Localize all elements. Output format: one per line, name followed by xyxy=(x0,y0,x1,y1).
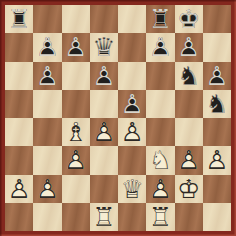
square-d7[interactable]: ♛♕ xyxy=(90,33,118,61)
square-f7[interactable]: ♟♙ xyxy=(146,33,174,61)
square-e1[interactable] xyxy=(118,203,146,231)
black-rook-glyph-outline: ♖ xyxy=(5,5,33,33)
piece-black-pawn[interactable]: ♟♙ xyxy=(33,33,61,61)
square-c3[interactable]: ♟♙ xyxy=(62,146,90,174)
square-f5[interactable] xyxy=(146,90,174,118)
square-h5[interactable]: ♞♘ xyxy=(203,90,231,118)
black-king-glyph-outline: ♔ xyxy=(175,5,203,33)
black-pawn-glyph-outline: ♙ xyxy=(62,33,90,61)
white-queen-glyph-outline: ♕ xyxy=(118,175,146,203)
white-pawn-glyph-outline: ♙ xyxy=(146,175,174,203)
square-c2[interactable] xyxy=(62,175,90,203)
square-d6[interactable]: ♟♙ xyxy=(90,62,118,90)
square-f1[interactable]: ♜♖ xyxy=(146,203,174,231)
square-d2[interactable] xyxy=(90,175,118,203)
piece-white-queen[interactable]: ♛♕ xyxy=(118,175,146,203)
square-f3[interactable]: ♞♘ xyxy=(146,146,174,174)
piece-white-bishop[interactable]: ♝♗ xyxy=(62,118,90,146)
square-a7[interactable] xyxy=(5,33,33,61)
black-pawn-glyph-outline: ♙ xyxy=(90,62,118,90)
square-b5[interactable] xyxy=(33,90,61,118)
white-pawn-glyph-outline: ♙ xyxy=(90,118,118,146)
piece-white-pawn[interactable]: ♟♙ xyxy=(62,146,90,174)
white-pawn-glyph-outline: ♙ xyxy=(5,175,33,203)
piece-black-pawn[interactable]: ♟♙ xyxy=(62,33,90,61)
square-g6[interactable]: ♞♘ xyxy=(175,62,203,90)
square-e6[interactable] xyxy=(118,62,146,90)
square-a1[interactable] xyxy=(5,203,33,231)
square-h8[interactable] xyxy=(203,5,231,33)
square-f8[interactable]: ♜♖ xyxy=(146,5,174,33)
square-f2[interactable]: ♟♙ xyxy=(146,175,174,203)
piece-black-rook[interactable]: ♜♖ xyxy=(146,5,174,33)
white-king-glyph-outline: ♔ xyxy=(175,175,203,203)
white-pawn-glyph-outline: ♙ xyxy=(175,146,203,174)
piece-white-pawn[interactable]: ♟♙ xyxy=(175,146,203,174)
square-c7[interactable]: ♟♙ xyxy=(62,33,90,61)
white-pawn-glyph-outline: ♙ xyxy=(203,146,231,174)
square-b6[interactable]: ♟♙ xyxy=(33,62,61,90)
piece-black-knight[interactable]: ♞♘ xyxy=(175,62,203,90)
square-b8[interactable] xyxy=(33,5,61,33)
square-d3[interactable] xyxy=(90,146,118,174)
piece-black-pawn[interactable]: ♟♙ xyxy=(33,62,61,90)
piece-white-rook[interactable]: ♜♖ xyxy=(146,203,174,231)
square-e7[interactable] xyxy=(118,33,146,61)
piece-black-pawn[interactable]: ♟♙ xyxy=(175,33,203,61)
black-pawn-glyph-outline: ♙ xyxy=(33,62,61,90)
piece-black-rook[interactable]: ♜♖ xyxy=(5,5,33,33)
black-pawn-glyph-outline: ♙ xyxy=(118,90,146,118)
square-a5[interactable] xyxy=(5,90,33,118)
square-h7[interactable] xyxy=(203,33,231,61)
square-g5[interactable] xyxy=(175,90,203,118)
square-a3[interactable] xyxy=(5,146,33,174)
black-pawn-glyph-outline: ♙ xyxy=(146,33,174,61)
chess-board: ♜♖♜♖♚♔♟♙♟♙♛♕♟♙♟♙♟♙♟♙♞♘♟♙♟♙♞♘♝♗♟♙♟♙♟♙♞♘♟♙… xyxy=(5,5,231,231)
square-h2[interactable] xyxy=(203,175,231,203)
square-a2[interactable]: ♟♙ xyxy=(5,175,33,203)
square-h3[interactable]: ♟♙ xyxy=(203,146,231,174)
square-f6[interactable] xyxy=(146,62,174,90)
board-frame: ♜♖♜♖♚♔♟♙♟♙♛♕♟♙♟♙♟♙♟♙♞♘♟♙♟♙♞♘♝♗♟♙♟♙♟♙♞♘♟♙… xyxy=(0,0,236,236)
square-e2[interactable]: ♛♕ xyxy=(118,175,146,203)
square-a8[interactable]: ♜♖ xyxy=(5,5,33,33)
square-e3[interactable] xyxy=(118,146,146,174)
black-knight-glyph-outline: ♘ xyxy=(175,62,203,90)
square-g8[interactable]: ♚♔ xyxy=(175,5,203,33)
square-d1[interactable]: ♜♖ xyxy=(90,203,118,231)
square-c5[interactable] xyxy=(62,90,90,118)
black-pawn-glyph-outline: ♙ xyxy=(33,33,61,61)
square-g3[interactable]: ♟♙ xyxy=(175,146,203,174)
piece-white-pawn[interactable]: ♟♙ xyxy=(203,146,231,174)
square-h1[interactable] xyxy=(203,203,231,231)
square-e8[interactable] xyxy=(118,5,146,33)
square-b3[interactable] xyxy=(33,146,61,174)
piece-white-pawn[interactable]: ♟♙ xyxy=(90,118,118,146)
square-g1[interactable] xyxy=(175,203,203,231)
piece-white-pawn[interactable]: ♟♙ xyxy=(5,175,33,203)
white-rook-glyph-outline: ♖ xyxy=(146,203,174,231)
black-pawn-glyph-outline: ♙ xyxy=(175,33,203,61)
square-b2[interactable]: ♟♙ xyxy=(33,175,61,203)
piece-black-pawn[interactable]: ♟♙ xyxy=(146,33,174,61)
square-h4[interactable] xyxy=(203,118,231,146)
piece-white-pawn[interactable]: ♟♙ xyxy=(118,118,146,146)
square-b4[interactable] xyxy=(33,118,61,146)
piece-black-queen[interactable]: ♛♕ xyxy=(90,33,118,61)
black-queen-glyph-outline: ♕ xyxy=(90,33,118,61)
square-e4[interactable]: ♟♙ xyxy=(118,118,146,146)
square-c4[interactable]: ♝♗ xyxy=(62,118,90,146)
square-f4[interactable] xyxy=(146,118,174,146)
white-knight-glyph-outline: ♘ xyxy=(146,146,174,174)
square-c8[interactable] xyxy=(62,5,90,33)
piece-black-pawn[interactable]: ♟♙ xyxy=(118,90,146,118)
square-g4[interactable] xyxy=(175,118,203,146)
piece-white-rook[interactable]: ♜♖ xyxy=(90,203,118,231)
square-b7[interactable]: ♟♙ xyxy=(33,33,61,61)
square-c1[interactable] xyxy=(62,203,90,231)
square-h6[interactable]: ♟♙ xyxy=(203,62,231,90)
black-pawn-glyph-outline: ♙ xyxy=(203,62,231,90)
piece-white-pawn[interactable]: ♟♙ xyxy=(146,175,174,203)
piece-white-pawn[interactable]: ♟♙ xyxy=(33,175,61,203)
black-rook-glyph-outline: ♖ xyxy=(146,5,174,33)
white-pawn-glyph-outline: ♙ xyxy=(62,146,90,174)
square-c6[interactable] xyxy=(62,62,90,90)
piece-black-knight[interactable]: ♞♘ xyxy=(203,90,231,118)
piece-white-king[interactable]: ♚♔ xyxy=(175,175,203,203)
piece-white-knight[interactable]: ♞♘ xyxy=(146,146,174,174)
square-g2[interactable]: ♚♔ xyxy=(175,175,203,203)
square-b1[interactable] xyxy=(33,203,61,231)
piece-black-pawn[interactable]: ♟♙ xyxy=(90,62,118,90)
white-bishop-glyph-outline: ♗ xyxy=(62,118,90,146)
square-d4[interactable]: ♟♙ xyxy=(90,118,118,146)
white-pawn-glyph-outline: ♙ xyxy=(118,118,146,146)
square-a4[interactable] xyxy=(5,118,33,146)
white-pawn-glyph-outline: ♙ xyxy=(33,175,61,203)
square-g7[interactable]: ♟♙ xyxy=(175,33,203,61)
square-a6[interactable] xyxy=(5,62,33,90)
square-e5[interactable]: ♟♙ xyxy=(118,90,146,118)
square-d5[interactable] xyxy=(90,90,118,118)
square-d8[interactable] xyxy=(90,5,118,33)
piece-black-king[interactable]: ♚♔ xyxy=(175,5,203,33)
piece-black-pawn[interactable]: ♟♙ xyxy=(203,62,231,90)
black-knight-glyph-outline: ♘ xyxy=(203,90,231,118)
white-rook-glyph-outline: ♖ xyxy=(90,203,118,231)
